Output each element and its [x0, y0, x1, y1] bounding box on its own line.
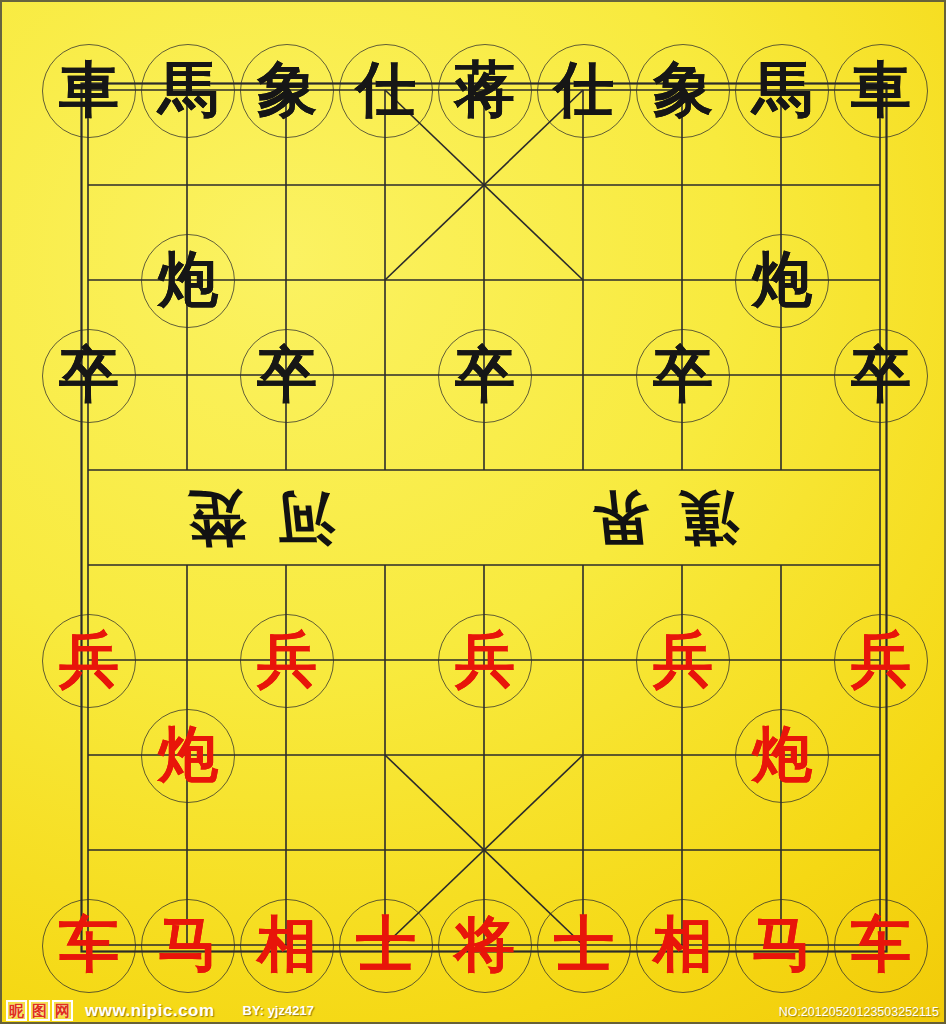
piece-glyph: 相: [257, 914, 317, 974]
piece-glyph: 相: [653, 914, 713, 974]
piece-black-elephant[interactable]: 象: [240, 44, 334, 138]
piece-glyph: 马: [158, 914, 218, 974]
piece-black-soldier[interactable]: 卒: [636, 329, 730, 423]
piece-black-soldier[interactable]: 卒: [834, 329, 928, 423]
watermark: 昵图网 www.nipic.com BY: yjz4217: [6, 1000, 314, 1021]
river-character: 楚: [184, 479, 250, 557]
piece-black-chariot[interactable]: 車: [42, 44, 136, 138]
piece-glyph: 士: [356, 914, 416, 974]
piece-red-soldier[interactable]: 兵: [636, 614, 730, 708]
piece-black-horse[interactable]: 馬: [141, 44, 235, 138]
piece-red-soldier[interactable]: 兵: [834, 614, 928, 708]
piece-black-horse[interactable]: 馬: [735, 44, 829, 138]
river-character: 界: [588, 479, 654, 557]
piece-red-cannon[interactable]: 炮: [141, 709, 235, 803]
piece-glyph: 車: [59, 59, 119, 119]
river-label-han-jie: 漢界: [592, 470, 738, 565]
piece-glyph: 马: [752, 914, 812, 974]
piece-glyph: 仕: [356, 59, 416, 119]
piece-glyph: 仕: [554, 59, 614, 119]
piece-glyph: 将: [455, 914, 515, 974]
watermark-serial: NO:20120520123503252115: [779, 1005, 939, 1019]
piece-black-elephant[interactable]: 象: [636, 44, 730, 138]
piece-glyph: 馬: [158, 59, 218, 119]
piece-black-advisor[interactable]: 仕: [339, 44, 433, 138]
piece-glyph: 卒: [851, 344, 911, 404]
piece-black-soldier[interactable]: 卒: [240, 329, 334, 423]
piece-glyph: 卒: [455, 344, 515, 404]
piece-red-horse[interactable]: 马: [141, 899, 235, 993]
piece-glyph: 炮: [158, 249, 218, 309]
piece-black-soldier[interactable]: 卒: [42, 329, 136, 423]
piece-glyph: 炮: [752, 724, 812, 784]
piece-glyph: 车: [59, 914, 119, 974]
piece-glyph: 兵: [851, 629, 911, 689]
piece-red-advisor[interactable]: 士: [537, 899, 631, 993]
piece-glyph: 兵: [257, 629, 317, 689]
river-character: 漢: [676, 479, 742, 557]
piece-glyph: 卒: [59, 344, 119, 404]
nipic-logo-char: 图: [29, 1000, 50, 1021]
piece-red-advisor[interactable]: 士: [339, 899, 433, 993]
nipic-logo: 昵图网: [6, 1000, 73, 1021]
piece-black-advisor[interactable]: 仕: [537, 44, 631, 138]
piece-glyph: 卒: [257, 344, 317, 404]
piece-black-cannon[interactable]: 炮: [141, 234, 235, 328]
piece-glyph: 炮: [158, 724, 218, 784]
piece-glyph: 象: [257, 59, 317, 119]
piece-glyph: 车: [851, 914, 911, 974]
piece-red-chariot[interactable]: 车: [42, 899, 136, 993]
nipic-logo-char: 网: [52, 1000, 73, 1021]
watermark-author: BY: yjz4217: [243, 1003, 314, 1018]
piece-black-general[interactable]: 蒋: [438, 44, 532, 138]
watermark-site-url: www.nipic.com: [85, 1001, 215, 1021]
piece-glyph: 兵: [455, 629, 515, 689]
piece-red-soldier[interactable]: 兵: [240, 614, 334, 708]
piece-glyph: 蒋: [455, 59, 515, 119]
piece-glyph: 車: [851, 59, 911, 119]
board[interactable]: 車馬象仕蒋仕象馬車炮炮卒卒卒卒卒兵兵兵兵兵炮炮车马相士将士相马车: [0, 0, 946, 1024]
piece-red-cannon[interactable]: 炮: [735, 709, 829, 803]
piece-glyph: 士: [554, 914, 614, 974]
river-character: 河: [272, 479, 338, 557]
piece-glyph: 炮: [752, 249, 812, 309]
piece-black-cannon[interactable]: 炮: [735, 234, 829, 328]
piece-glyph: 象: [653, 59, 713, 119]
piece-black-soldier[interactable]: 卒: [438, 329, 532, 423]
piece-red-horse[interactable]: 马: [735, 899, 829, 993]
piece-red-soldier[interactable]: 兵: [42, 614, 136, 708]
piece-glyph: 卒: [653, 344, 713, 404]
piece-red-elephant[interactable]: 相: [636, 899, 730, 993]
piece-black-chariot[interactable]: 車: [834, 44, 928, 138]
river-label-chu-he: 楚河: [188, 470, 334, 565]
piece-glyph: 馬: [752, 59, 812, 119]
piece-glyph: 兵: [653, 629, 713, 689]
piece-red-soldier[interactable]: 兵: [438, 614, 532, 708]
piece-red-chariot[interactable]: 车: [834, 899, 928, 993]
piece-red-elephant[interactable]: 相: [240, 899, 334, 993]
piece-glyph: 兵: [59, 629, 119, 689]
piece-red-general[interactable]: 将: [438, 899, 532, 993]
xiangqi-screenshot: 車馬象仕蒋仕象馬車炮炮卒卒卒卒卒兵兵兵兵兵炮炮车马相士将士相马车 楚河 漢界 昵…: [0, 0, 946, 1024]
nipic-logo-char: 昵: [6, 1000, 27, 1021]
